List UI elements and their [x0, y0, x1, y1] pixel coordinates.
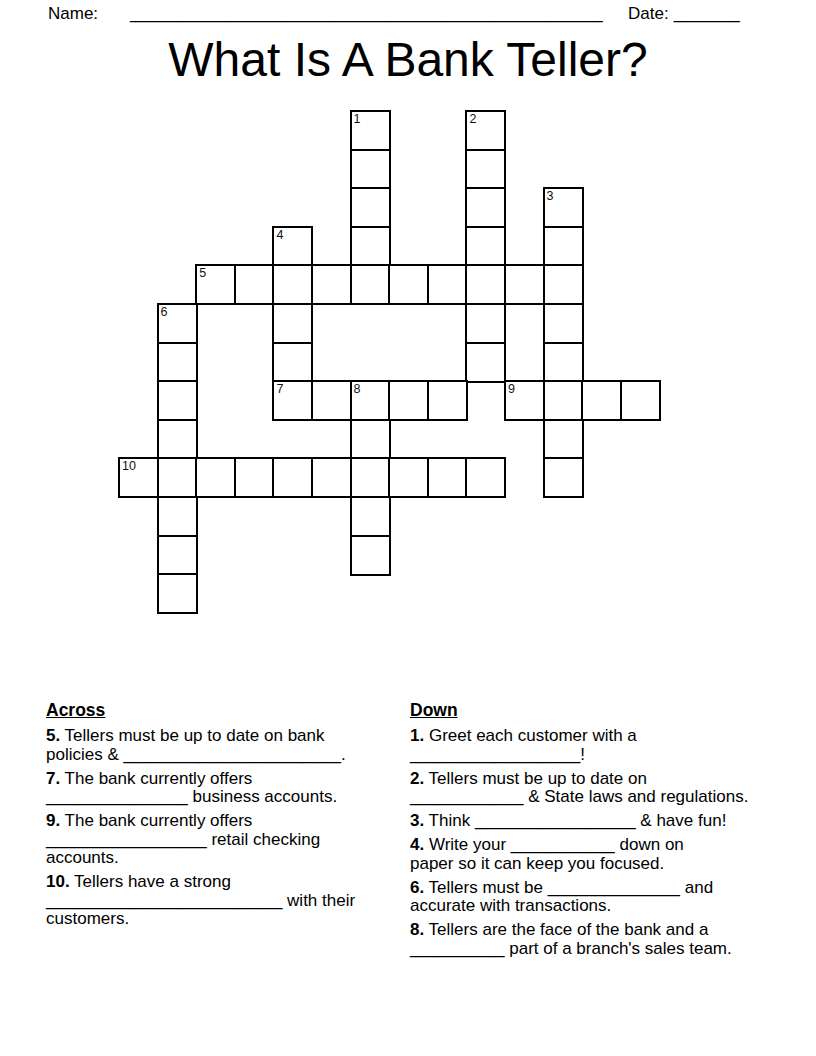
down-clue-list: 1. Greet each customer with a __________… — [410, 727, 775, 958]
grid-cell-r3c11[interactable] — [543, 226, 584, 267]
grid-cell-r8c1[interactable] — [157, 419, 198, 460]
clue-number-label: 1. — [410, 726, 424, 745]
grid-cell-r6c1[interactable] — [157, 342, 198, 383]
clue-text: Write your ___________ down on paper so … — [410, 835, 684, 873]
name-field: Name:___________________________________… — [48, 4, 603, 24]
grid-cell-r0c9[interactable]: 2 — [465, 110, 506, 151]
grid-cell-r5c11[interactable] — [543, 303, 584, 344]
down-clues-section: Down 1. Greet each customer with a _____… — [410, 700, 775, 964]
cell-number-1: 1 — [354, 112, 361, 126]
down-heading: Down — [410, 700, 775, 720]
clue-text: Think _________________ & have fun! — [429, 811, 727, 830]
grid-cell-r7c13[interactable] — [620, 380, 661, 421]
grid-cell-r1c9[interactable] — [465, 149, 506, 190]
clue-text: The bank currently offers ______________… — [46, 811, 320, 867]
down-clue-4: 4. Write your ___________ down on paper … — [410, 836, 775, 873]
cell-number-4: 4 — [276, 228, 283, 242]
cell-number-7: 7 — [276, 382, 283, 396]
across-clue-7: 7. The bank currently offers ___________… — [46, 770, 406, 807]
grid-cell-r9c1[interactable] — [157, 457, 198, 498]
grid-cell-r7c5[interactable] — [311, 380, 352, 421]
across-clue-list: 5. Tellers must be up to date on bank po… — [46, 727, 406, 929]
cell-number-6: 6 — [161, 305, 168, 319]
clue-number-label: 8. — [410, 920, 424, 939]
clue-number-label: 2. — [410, 769, 424, 788]
grid-cell-r5c9[interactable] — [465, 303, 506, 344]
cell-number-3: 3 — [547, 189, 554, 203]
grid-cell-r9c5[interactable] — [311, 457, 352, 498]
date-blank[interactable]: _______ — [674, 4, 740, 23]
grid-cell-r7c11[interactable] — [543, 380, 584, 421]
grid-cell-r2c11[interactable]: 3 — [543, 187, 584, 228]
grid-cell-r11c6[interactable] — [350, 535, 391, 576]
cell-number-5: 5 — [199, 266, 206, 280]
clue-text: The bank currently offers ______________… — [46, 769, 337, 807]
date-label: Date: — [628, 4, 669, 23]
grid-cell-r3c9[interactable] — [465, 226, 506, 267]
grid-cell-r7c6[interactable]: 8 — [350, 380, 391, 421]
grid-cell-r4c7[interactable] — [388, 264, 429, 305]
clue-text: Tellers must be up to date on bank polic… — [46, 726, 346, 764]
grid-cell-r9c4[interactable] — [272, 457, 313, 498]
grid-cell-r9c6[interactable] — [350, 457, 391, 498]
grid-cell-r9c11[interactable] — [543, 457, 584, 498]
down-clue-6: 6. Tellers must be ______________ and ac… — [410, 879, 775, 916]
grid-cell-r4c11[interactable] — [543, 264, 584, 305]
grid-cell-r7c4[interactable]: 7 — [272, 380, 313, 421]
grid-cell-r9c8[interactable] — [427, 457, 468, 498]
clue-text: Tellers must be ______________ and accur… — [410, 878, 713, 916]
grid-cell-r7c7[interactable] — [388, 380, 429, 421]
grid-cell-r6c11[interactable] — [543, 342, 584, 383]
grid-cell-r5c1[interactable]: 6 — [157, 303, 198, 344]
page-title: What Is A Bank Teller? — [0, 33, 816, 87]
grid-cell-r2c9[interactable] — [465, 187, 506, 228]
clue-number-label: 9. — [46, 811, 60, 830]
grid-cell-r9c2[interactable] — [195, 457, 236, 498]
cell-number-8: 8 — [354, 382, 361, 396]
grid-cell-r7c1[interactable] — [157, 380, 198, 421]
grid-cell-r7c12[interactable] — [581, 380, 622, 421]
grid-cell-r11c1[interactable] — [157, 535, 198, 576]
grid-cell-r4c8[interactable] — [427, 264, 468, 305]
across-clue-10: 10. Tellers have a strong ______________… — [46, 873, 406, 929]
grid-cell-r6c4[interactable] — [272, 342, 313, 383]
grid-cell-r9c3[interactable] — [234, 457, 275, 498]
grid-cell-r7c10[interactable]: 9 — [504, 380, 545, 421]
date-field: Date:_______ — [628, 4, 740, 24]
cell-number-9: 9 — [508, 382, 515, 396]
grid-cell-r6c9[interactable] — [465, 342, 506, 383]
grid-cell-r4c3[interactable] — [234, 264, 275, 305]
name-label: Name: — [48, 4, 98, 23]
grid-cell-r9c0[interactable]: 10 — [118, 457, 159, 498]
down-clue-1: 1. Greet each customer with a __________… — [410, 727, 775, 764]
grid-cell-r4c10[interactable] — [504, 264, 545, 305]
grid-cell-r4c9[interactable] — [465, 264, 506, 305]
clue-number-label: 4. — [410, 835, 424, 854]
grid-cell-r8c6[interactable] — [350, 419, 391, 460]
grid-cell-r4c4[interactable] — [272, 264, 313, 305]
grid-cell-r7c8[interactable] — [427, 380, 468, 421]
clue-text: Tellers have a strong __________________… — [46, 872, 355, 928]
down-clue-3: 3. Think _________________ & have fun! — [410, 812, 775, 831]
clue-number-label: 5. — [46, 726, 60, 745]
clue-number-label: 6. — [410, 878, 424, 897]
clue-number-label: 10. — [46, 872, 70, 891]
across-clue-5: 5. Tellers must be up to date on bank po… — [46, 727, 406, 764]
down-clue-2: 2. Tellers must be up to date on _______… — [410, 770, 775, 807]
grid-cell-r10c6[interactable] — [350, 496, 391, 537]
across-clue-9: 9. The bank currently offers ___________… — [46, 812, 406, 868]
grid-cell-r2c6[interactable] — [350, 187, 391, 228]
clue-text: Tellers are the face of the bank and a _… — [410, 920, 732, 958]
grid-cell-r4c5[interactable] — [311, 264, 352, 305]
across-heading: Across — [46, 700, 406, 720]
grid-cell-r4c2[interactable]: 5 — [195, 264, 236, 305]
clue-number-label: 7. — [46, 769, 60, 788]
grid-cell-r8c11[interactable] — [543, 419, 584, 460]
cell-number-10: 10 — [122, 459, 136, 473]
cell-number-2: 2 — [469, 112, 476, 126]
grid-cell-r3c6[interactable] — [350, 226, 391, 267]
clue-text: Greet each customer with a _____________… — [410, 726, 637, 764]
grid-cell-r1c6[interactable] — [350, 149, 391, 190]
grid-cell-r0c6[interactable]: 1 — [350, 110, 391, 151]
clue-text: Tellers must be up to date on __________… — [410, 769, 748, 807]
grid-cell-r9c7[interactable] — [388, 457, 429, 498]
grid-cell-r3c4[interactable]: 4 — [272, 226, 313, 267]
grid-cell-r4c6[interactable] — [350, 264, 391, 305]
name-blank[interactable]: ________________________________________… — [130, 4, 603, 23]
down-clue-8: 8. Tellers are the face of the bank and … — [410, 921, 775, 958]
grid-cell-r12c1[interactable] — [157, 573, 198, 614]
clue-number-label: 3. — [410, 811, 424, 830]
grid-cell-r10c1[interactable] — [157, 496, 198, 537]
across-clues-section: Across 5. Tellers must be up to date on … — [46, 700, 406, 934]
grid-cell-r5c4[interactable] — [272, 303, 313, 344]
grid-cell-r9c9[interactable] — [465, 457, 506, 498]
